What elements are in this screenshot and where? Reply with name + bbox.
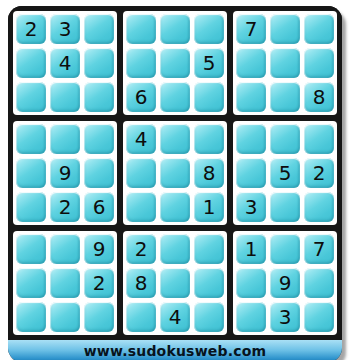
given-digit: 4: [135, 129, 148, 149]
cell-r5c8[interactable]: 5: [270, 158, 300, 188]
given-digit: 9: [93, 239, 106, 259]
given-digit: 8: [135, 273, 148, 293]
cell-r2c9[interactable]: [304, 48, 334, 78]
cell-r2c2[interactable]: 4: [50, 48, 80, 78]
given-digit: 7: [313, 239, 326, 259]
cell-r1c3[interactable]: [84, 14, 114, 44]
given-digit: 7: [245, 19, 258, 39]
cell-r8c7[interactable]: [236, 268, 266, 298]
cell-r7c2[interactable]: [50, 234, 80, 264]
given-digit: 9: [59, 163, 72, 183]
cell-r3c1[interactable]: [16, 82, 46, 112]
cell-r5c2[interactable]: 9: [50, 158, 80, 188]
cell-r2c8[interactable]: [270, 48, 300, 78]
box-2: 56: [123, 11, 227, 115]
cell-r8c9[interactable]: [304, 268, 334, 298]
cell-r5c9[interactable]: 2: [304, 158, 334, 188]
cell-r7c3[interactable]: 9: [84, 234, 114, 264]
cell-r8c3[interactable]: 2: [84, 268, 114, 298]
given-digit: 2: [135, 239, 148, 259]
cell-r3c9[interactable]: 8: [304, 82, 334, 112]
cell-r6c3[interactable]: 6: [84, 192, 114, 222]
cell-r7c9[interactable]: 7: [304, 234, 334, 264]
cell-r6c8[interactable]: [270, 192, 300, 222]
cell-r8c2[interactable]: [50, 268, 80, 298]
cell-r6c2[interactable]: 2: [50, 192, 80, 222]
given-digit: 4: [169, 307, 182, 327]
given-digit: 3: [59, 19, 72, 39]
cell-r3c6[interactable]: [194, 82, 224, 112]
cell-r7c8[interactable]: [270, 234, 300, 264]
given-digit: 3: [245, 197, 258, 217]
box-6: 523: [233, 121, 337, 225]
cells-area: 2345678926481523922841793: [8, 6, 342, 340]
cell-r9c3[interactable]: [84, 302, 114, 332]
cell-r8c8[interactable]: 9: [270, 268, 300, 298]
cell-r6c6[interactable]: 1: [194, 192, 224, 222]
cell-r5c1[interactable]: [16, 158, 46, 188]
cell-r7c7[interactable]: 1: [236, 234, 266, 264]
cell-r4c7[interactable]: [236, 124, 266, 154]
cell-r3c5[interactable]: [160, 82, 190, 112]
cell-r8c6[interactable]: [194, 268, 224, 298]
cell-r3c7[interactable]: [236, 82, 266, 112]
cell-r7c6[interactable]: [194, 234, 224, 264]
cell-r7c1[interactable]: [16, 234, 46, 264]
cell-r2c4[interactable]: [126, 48, 156, 78]
cell-r7c4[interactable]: 2: [126, 234, 156, 264]
cell-r2c7[interactable]: [236, 48, 266, 78]
cell-r1c2[interactable]: 3: [50, 14, 80, 44]
cell-r5c3[interactable]: [84, 158, 114, 188]
cell-r4c6[interactable]: [194, 124, 224, 154]
given-digit: 6: [93, 197, 106, 217]
cell-r5c5[interactable]: [160, 158, 190, 188]
cell-r1c8[interactable]: [270, 14, 300, 44]
box-8: 284: [123, 231, 227, 335]
cell-r3c2[interactable]: [50, 82, 80, 112]
cell-r9c6[interactable]: [194, 302, 224, 332]
given-digit: 2: [25, 19, 38, 39]
box-1: 234: [13, 11, 117, 115]
cell-r9c9[interactable]: [304, 302, 334, 332]
cell-r9c7[interactable]: [236, 302, 266, 332]
website-link[interactable]: www.sudokusweb.com: [84, 343, 267, 359]
footer-bar: www.sudokusweb.com: [8, 340, 342, 360]
given-digit: 2: [59, 197, 72, 217]
given-digit: 5: [203, 53, 216, 73]
given-digit: 1: [245, 239, 258, 259]
cell-r1c9[interactable]: [304, 14, 334, 44]
sudoku-board: 2345678926481523922841793 www.sudokusweb…: [8, 6, 342, 360]
box-4: 926: [13, 121, 117, 225]
cell-r1c7[interactable]: 7: [236, 14, 266, 44]
cell-r9c1[interactable]: [16, 302, 46, 332]
cell-r9c4[interactable]: [126, 302, 156, 332]
given-digit: 8: [203, 163, 216, 183]
cell-r3c3[interactable]: [84, 82, 114, 112]
given-digit: 6: [135, 87, 148, 107]
box-3: 78: [233, 11, 337, 115]
box-7: 92: [13, 231, 117, 335]
given-digit: 4: [59, 53, 72, 73]
box-5: 481: [123, 121, 227, 225]
cell-r5c7[interactable]: [236, 158, 266, 188]
box-9: 1793: [233, 231, 337, 335]
cell-r4c2[interactable]: [50, 124, 80, 154]
cell-r1c4[interactable]: [126, 14, 156, 44]
cell-r9c2[interactable]: [50, 302, 80, 332]
given-digit: 2: [313, 163, 326, 183]
cell-r6c4[interactable]: [126, 192, 156, 222]
cell-r5c4[interactable]: [126, 158, 156, 188]
cell-r4c1[interactable]: [16, 124, 46, 154]
cell-r9c8[interactable]: 3: [270, 302, 300, 332]
cell-r6c1[interactable]: [16, 192, 46, 222]
cell-r8c1[interactable]: [16, 268, 46, 298]
cell-r3c4[interactable]: 6: [126, 82, 156, 112]
cell-r3c8[interactable]: [270, 82, 300, 112]
cell-r4c3[interactable]: [84, 124, 114, 154]
given-digit: 1: [203, 197, 216, 217]
cell-r4c9[interactable]: [304, 124, 334, 154]
cell-r6c9[interactable]: [304, 192, 334, 222]
cell-r5c6[interactable]: 8: [194, 158, 224, 188]
cell-r8c4[interactable]: 8: [126, 268, 156, 298]
given-digit: 5: [279, 163, 292, 183]
cell-r1c5[interactable]: [160, 14, 190, 44]
cell-r2c3[interactable]: [84, 48, 114, 78]
given-digit: 3: [279, 307, 292, 327]
cell-r2c6[interactable]: 5: [194, 48, 224, 78]
given-digit: 9: [279, 273, 292, 293]
cell-r8c5[interactable]: [160, 268, 190, 298]
cell-r1c6[interactable]: [194, 14, 224, 44]
cell-r9c5[interactable]: 4: [160, 302, 190, 332]
cell-r4c5[interactable]: [160, 124, 190, 154]
cell-r6c7[interactable]: 3: [236, 192, 266, 222]
cell-r4c8[interactable]: [270, 124, 300, 154]
cell-r4c4[interactable]: 4: [126, 124, 156, 154]
given-digit: 2: [93, 273, 106, 293]
cell-r2c1[interactable]: [16, 48, 46, 78]
cell-r1c1[interactable]: 2: [16, 14, 46, 44]
cell-r7c5[interactable]: [160, 234, 190, 264]
given-digit: 8: [313, 87, 326, 107]
cell-r2c5[interactable]: [160, 48, 190, 78]
cell-r6c5[interactable]: [160, 192, 190, 222]
